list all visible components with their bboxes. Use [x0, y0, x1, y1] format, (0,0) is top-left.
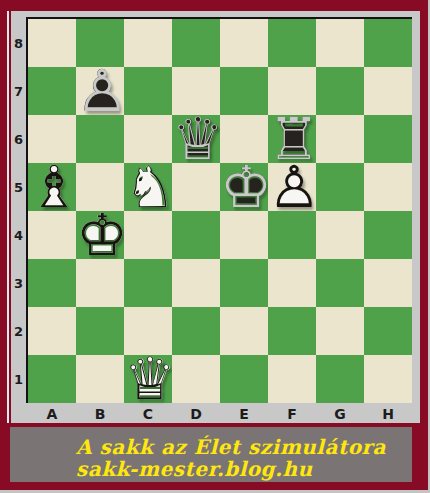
piece-white-queen[interactable]: ♛♕: [124, 355, 172, 403]
file-label-a: A: [28, 405, 76, 423]
rank-label-2: 2: [11, 307, 26, 355]
square-d8[interactable]: [172, 19, 220, 67]
square-g5[interactable]: [316, 163, 364, 211]
square-a8[interactable]: [28, 19, 76, 67]
file-label-c: C: [124, 405, 172, 423]
rank-label-8: 8: [11, 19, 26, 67]
file-label-g: G: [316, 405, 364, 423]
square-b3[interactable]: [76, 259, 124, 307]
square-h6[interactable]: [364, 115, 412, 163]
square-d3[interactable]: [172, 259, 220, 307]
square-h5[interactable]: [364, 163, 412, 211]
board-frame: 87654321 ♟♙♛♕♜♖♝♗♞♘♚♔♟♙♚♔♛♕ ABCDEFGH: [11, 11, 420, 423]
square-f3[interactable]: [268, 259, 316, 307]
piece-white-king[interactable]: ♚♔: [76, 211, 124, 259]
file-label-d: D: [172, 405, 220, 423]
square-d1[interactable]: [172, 355, 220, 403]
piece-white-knight[interactable]: ♞♘: [124, 163, 172, 211]
square-f4[interactable]: [268, 211, 316, 259]
square-e7[interactable]: [220, 67, 268, 115]
square-c8[interactable]: [124, 19, 172, 67]
square-e2[interactable]: [220, 307, 268, 355]
square-e8[interactable]: [220, 19, 268, 67]
piece-black-pawn[interactable]: ♟♙: [76, 67, 124, 115]
rank-label-4: 4: [11, 211, 26, 259]
piece-white-pawn[interactable]: ♟♙: [268, 163, 316, 211]
square-d6[interactable]: ♛♕: [172, 115, 220, 163]
square-g6[interactable]: [316, 115, 364, 163]
square-c4[interactable]: [124, 211, 172, 259]
piece-white-bishop[interactable]: ♝♗: [28, 163, 76, 211]
file-label-e: E: [220, 405, 268, 423]
square-c7[interactable]: [124, 67, 172, 115]
file-label-h: H: [364, 405, 412, 423]
square-a3[interactable]: [28, 259, 76, 307]
square-g1[interactable]: [316, 355, 364, 403]
rank-label-6: 6: [11, 115, 26, 163]
caption-blog-url: sakk-mester.blog.hu: [76, 458, 412, 480]
square-f8[interactable]: [268, 19, 316, 67]
square-f5[interactable]: ♟♙: [268, 163, 316, 211]
left-highlight-stripe: [7, 11, 9, 423]
square-e5[interactable]: ♚♔: [220, 163, 268, 211]
square-e4[interactable]: [220, 211, 268, 259]
chess-diagram-screenshot: 87654321 ♟♙♛♕♜♖♝♗♞♘♚♔♟♙♚♔♛♕ ABCDEFGH A s…: [0, 0, 430, 493]
square-e3[interactable]: [220, 259, 268, 307]
square-a5[interactable]: ♝♗: [28, 163, 76, 211]
square-a4[interactable]: [28, 211, 76, 259]
footer-caption: A sakk az Élet szimulátora sakk-mester.b…: [10, 427, 412, 482]
square-b4[interactable]: ♚♔: [76, 211, 124, 259]
rank-label-5: 5: [11, 163, 26, 211]
square-f2[interactable]: [268, 307, 316, 355]
square-b1[interactable]: [76, 355, 124, 403]
square-f1[interactable]: [268, 355, 316, 403]
square-a7[interactable]: [28, 67, 76, 115]
rank-label-3: 3: [11, 259, 26, 307]
chess-board: ♟♙♛♕♜♖♝♗♞♘♚♔♟♙♚♔♛♕: [26, 17, 412, 403]
piece-black-queen[interactable]: ♛♕: [172, 115, 220, 163]
square-g3[interactable]: [316, 259, 364, 307]
file-label-f: F: [268, 405, 316, 423]
square-d2[interactable]: [172, 307, 220, 355]
rank-label-1: 1: [11, 355, 26, 403]
file-label-b: B: [76, 405, 124, 423]
square-d4[interactable]: [172, 211, 220, 259]
square-g4[interactable]: [316, 211, 364, 259]
square-b6[interactable]: [76, 115, 124, 163]
square-h1[interactable]: [364, 355, 412, 403]
caption-motto: A sakk az Élet szimulátora: [76, 436, 412, 458]
square-g8[interactable]: [316, 19, 364, 67]
square-h8[interactable]: [364, 19, 412, 67]
square-h4[interactable]: [364, 211, 412, 259]
piece-black-king[interactable]: ♚♔: [220, 163, 268, 211]
square-b7[interactable]: ♟♙: [76, 67, 124, 115]
rank-label-7: 7: [11, 67, 26, 115]
square-h7[interactable]: [364, 67, 412, 115]
square-c1[interactable]: ♛♕: [124, 355, 172, 403]
square-b2[interactable]: [76, 307, 124, 355]
square-h2[interactable]: [364, 307, 412, 355]
square-e1[interactable]: [220, 355, 268, 403]
square-h3[interactable]: [364, 259, 412, 307]
square-c5[interactable]: ♞♘: [124, 163, 172, 211]
square-g2[interactable]: [316, 307, 364, 355]
square-a1[interactable]: [28, 355, 76, 403]
square-c3[interactable]: [124, 259, 172, 307]
square-g7[interactable]: [316, 67, 364, 115]
square-d5[interactable]: [172, 163, 220, 211]
square-a2[interactable]: [28, 307, 76, 355]
